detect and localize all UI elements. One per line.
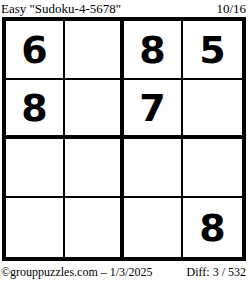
cell-r1c1[interactable]: 6 xyxy=(6,21,65,80)
cell-r3c4[interactable] xyxy=(183,139,242,198)
cell-r3c1[interactable] xyxy=(6,139,65,198)
cell-r4c3[interactable] xyxy=(124,198,183,257)
cell-r1c3[interactable]: 8 xyxy=(124,21,183,80)
cell-r3c3[interactable] xyxy=(124,139,183,198)
sudoku-board: 6 8 5 8 7 8 xyxy=(2,17,246,261)
sudoku-page: Easy "Sudoku-4-5678" 10/16 6 8 5 8 7 8 ©… xyxy=(0,0,248,282)
puzzle-counter: 10/16 xyxy=(216,1,246,16)
cell-r2c1[interactable]: 8 xyxy=(6,80,65,139)
cell-r2c4[interactable] xyxy=(183,80,242,139)
cell-r4c1[interactable] xyxy=(6,198,65,257)
cell-r3c2[interactable] xyxy=(65,139,124,198)
cell-r4c4[interactable]: 8 xyxy=(183,198,242,257)
cell-r1c2[interactable] xyxy=(65,21,124,80)
copyright-text: ©grouppuzzles.com – 1/3/2025 xyxy=(1,265,152,280)
difficulty-text: Diff: 3 / 532 xyxy=(187,265,246,280)
cell-r1c4[interactable]: 5 xyxy=(183,21,242,80)
footer: ©grouppuzzles.com – 1/3/2025 Diff: 3 / 5… xyxy=(0,261,248,282)
header: Easy "Sudoku-4-5678" 10/16 xyxy=(0,0,248,17)
puzzle-title: Easy "Sudoku-4-5678" xyxy=(1,1,121,16)
cell-r2c3[interactable]: 7 xyxy=(124,80,183,139)
cell-r4c2[interactable] xyxy=(65,198,124,257)
cell-r2c2[interactable] xyxy=(65,80,124,139)
